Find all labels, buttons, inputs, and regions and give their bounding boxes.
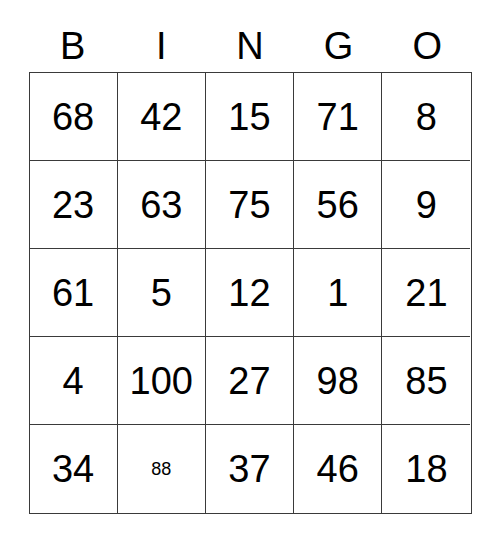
cell-r4-c1[interactable]: 88 <box>118 425 206 513</box>
cell-r4-c0[interactable]: 34 <box>30 425 118 513</box>
header-letter-i: I <box>117 27 206 65</box>
bingo-grid: 68 42 15 71 8 23 63 75 56 9 61 5 12 1 21… <box>29 72 472 514</box>
cell-r4-c2[interactable]: 37 <box>206 425 294 513</box>
cell-r2-c3[interactable]: 1 <box>294 249 382 337</box>
cell-r1-c0[interactable]: 23 <box>30 161 118 249</box>
cell-r4-c4[interactable]: 18 <box>382 425 470 513</box>
bingo-card: B I N G O 68 42 15 71 8 23 63 75 56 9 61… <box>29 20 472 514</box>
cell-r1-c3[interactable]: 56 <box>294 161 382 249</box>
cell-r0-c0[interactable]: 68 <box>30 73 118 161</box>
cell-r3-c4[interactable]: 85 <box>382 337 470 425</box>
cell-r2-c1[interactable]: 5 <box>118 249 206 337</box>
cell-r3-c2[interactable]: 27 <box>206 337 294 425</box>
cell-r3-c1[interactable]: 100 <box>118 337 206 425</box>
cell-r0-c3[interactable]: 71 <box>294 73 382 161</box>
cell-r2-c2[interactable]: 12 <box>206 249 294 337</box>
cell-r3-c0[interactable]: 4 <box>30 337 118 425</box>
header-letter-o: O <box>383 27 472 65</box>
cell-r3-c3[interactable]: 98 <box>294 337 382 425</box>
cell-r1-c4[interactable]: 9 <box>382 161 470 249</box>
cell-r1-c1[interactable]: 63 <box>118 161 206 249</box>
cell-r1-c2[interactable]: 75 <box>206 161 294 249</box>
cell-r0-c1[interactable]: 42 <box>118 73 206 161</box>
header-letter-n: N <box>206 27 295 65</box>
bingo-header-row: B I N G O <box>29 20 472 72</box>
cell-r0-c4[interactable]: 8 <box>382 73 470 161</box>
header-letter-b: B <box>29 27 118 65</box>
cell-r0-c2[interactable]: 15 <box>206 73 294 161</box>
header-letter-g: G <box>294 27 383 65</box>
cell-r2-c4[interactable]: 21 <box>382 249 470 337</box>
cell-r4-c3[interactable]: 46 <box>294 425 382 513</box>
cell-r2-c0[interactable]: 61 <box>30 249 118 337</box>
